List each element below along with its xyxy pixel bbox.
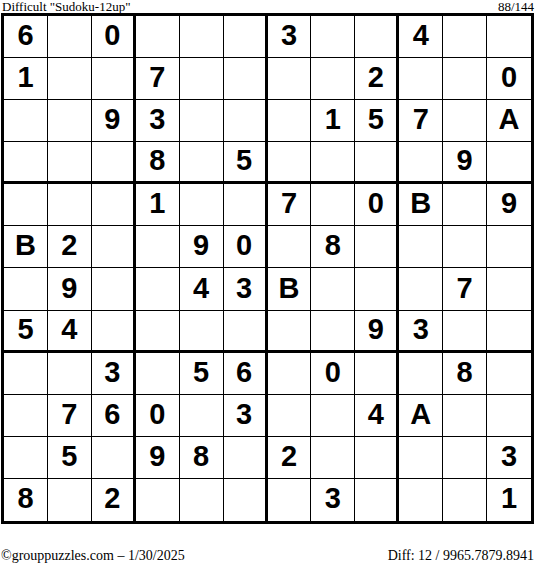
cell-r3c4[interactable]: 3 xyxy=(136,100,180,142)
cell-r11c1[interactable] xyxy=(4,437,48,479)
cell-r1c6[interactable] xyxy=(224,16,268,58)
cell-r3c7[interactable] xyxy=(268,100,312,142)
cell-r2c6[interactable] xyxy=(224,58,268,100)
cell-r7c10[interactable] xyxy=(399,268,443,310)
cell-r6c6[interactable]: 0 xyxy=(224,226,268,268)
cell-r4c4[interactable]: 8 xyxy=(136,142,180,184)
cell-r12c10[interactable] xyxy=(399,479,443,521)
cell-r10c7[interactable] xyxy=(268,395,312,437)
cell-r12c11[interactable] xyxy=(443,479,487,521)
cell-r7c2[interactable]: 9 xyxy=(48,268,92,310)
cell-r11c4[interactable]: 9 xyxy=(136,437,180,479)
cell-r2c10[interactable] xyxy=(399,58,443,100)
sudoku-board: 6034172093157A859170B9B2908943B754933560… xyxy=(1,13,534,524)
cell-r11c12[interactable]: 3 xyxy=(487,437,531,479)
cell-r7c11[interactable]: 7 xyxy=(443,268,487,310)
cell-r7c5[interactable]: 4 xyxy=(180,268,224,310)
cell-r2c7[interactable] xyxy=(268,58,312,100)
cell-r4c8[interactable] xyxy=(311,142,355,184)
cell-r10c5[interactable] xyxy=(180,395,224,437)
cell-r4c7[interactable] xyxy=(268,142,312,184)
cell-r6c5[interactable]: 9 xyxy=(180,226,224,268)
cell-r7c4[interactable] xyxy=(136,268,180,310)
cell-r7c12[interactable] xyxy=(487,268,531,310)
cell-r12c6[interactable] xyxy=(224,479,268,521)
cell-r6c11[interactable] xyxy=(443,226,487,268)
cell-r4c2[interactable] xyxy=(48,142,92,184)
cell-r3c11[interactable] xyxy=(443,100,487,142)
cell-r10c3[interactable]: 6 xyxy=(92,395,136,437)
cell-r6c7[interactable] xyxy=(268,226,312,268)
cell-r1c12[interactable] xyxy=(487,16,531,58)
cell-r10c1[interactable] xyxy=(4,395,48,437)
cell-r10c2[interactable]: 7 xyxy=(48,395,92,437)
cell-r3c3[interactable]: 9 xyxy=(92,100,136,142)
cell-r12c3[interactable]: 2 xyxy=(92,479,136,521)
cell-r8c9[interactable]: 9 xyxy=(355,311,399,353)
copyright-date-text: ©grouppuzzles.com – 1/30/2025 xyxy=(1,549,185,563)
cell-r7c9[interactable] xyxy=(355,268,399,310)
cell-r8c4[interactable] xyxy=(136,311,180,353)
cell-r6c3[interactable] xyxy=(92,226,136,268)
cell-r12c12[interactable]: 1 xyxy=(487,479,531,521)
cell-r5c1[interactable] xyxy=(4,184,48,226)
cell-r11c9[interactable] xyxy=(355,437,399,479)
cell-r10c4[interactable]: 0 xyxy=(136,395,180,437)
cell-r8c10[interactable]: 3 xyxy=(399,311,443,353)
cell-r4c10[interactable] xyxy=(399,142,443,184)
cell-r8c8[interactable] xyxy=(311,311,355,353)
cell-r9c2[interactable] xyxy=(48,353,92,395)
cell-r1c8[interactable] xyxy=(311,16,355,58)
cell-r5c4[interactable]: 1 xyxy=(136,184,180,226)
cell-r9c3[interactable]: 3 xyxy=(92,353,136,395)
cell-r10c6[interactable]: 3 xyxy=(224,395,268,437)
cell-r5c8[interactable] xyxy=(311,184,355,226)
cell-r5c3[interactable] xyxy=(92,184,136,226)
cell-r9c12[interactable] xyxy=(487,353,531,395)
puzzle-page: Difficult "Sudoku-12up" 88/144 603417209… xyxy=(0,0,535,569)
cell-r6c2[interactable]: 2 xyxy=(48,226,92,268)
cell-r9c11[interactable]: 8 xyxy=(443,353,487,395)
cell-r11c7[interactable]: 2 xyxy=(268,437,312,479)
cell-r2c2[interactable] xyxy=(48,58,92,100)
cell-r8c6[interactable] xyxy=(224,311,268,353)
cell-r7c7[interactable]: B xyxy=(268,268,312,310)
cell-r8c1[interactable]: 5 xyxy=(4,311,48,353)
cell-r2c11[interactable] xyxy=(443,58,487,100)
cell-r12c5[interactable] xyxy=(180,479,224,521)
cell-r2c3[interactable] xyxy=(92,58,136,100)
cell-r1c7[interactable]: 3 xyxy=(268,16,312,58)
cell-r6c12[interactable] xyxy=(487,226,531,268)
cell-r1c5[interactable] xyxy=(180,16,224,58)
cell-r1c2[interactable] xyxy=(48,16,92,58)
cell-r6c4[interactable] xyxy=(136,226,180,268)
cell-r6c8[interactable]: 8 xyxy=(311,226,355,268)
cell-r12c1[interactable]: 8 xyxy=(4,479,48,521)
cell-r11c3[interactable] xyxy=(92,437,136,479)
cell-r8c7[interactable] xyxy=(268,311,312,353)
cell-r5c2[interactable] xyxy=(48,184,92,226)
cell-r4c11[interactable]: 9 xyxy=(443,142,487,184)
cell-r9c8[interactable]: 0 xyxy=(311,353,355,395)
cell-r3c9[interactable]: 5 xyxy=(355,100,399,142)
cell-r6c9[interactable] xyxy=(355,226,399,268)
cell-r10c8[interactable] xyxy=(311,395,355,437)
cell-r3c5[interactable] xyxy=(180,100,224,142)
cell-r4c5[interactable] xyxy=(180,142,224,184)
cell-r8c12[interactable] xyxy=(487,311,531,353)
cell-r3c12[interactable]: A xyxy=(487,100,531,142)
cell-r3c6[interactable] xyxy=(224,100,268,142)
cell-r2c12[interactable]: 0 xyxy=(487,58,531,100)
cell-r10c9[interactable]: 4 xyxy=(355,395,399,437)
cell-r10c12[interactable] xyxy=(487,395,531,437)
cell-r9c10[interactable] xyxy=(399,353,443,395)
cell-r4c1[interactable] xyxy=(4,142,48,184)
cell-r12c2[interactable] xyxy=(48,479,92,521)
cell-r10c11[interactable] xyxy=(443,395,487,437)
cell-r6c1[interactable]: B xyxy=(4,226,48,268)
cell-r3c8[interactable]: 1 xyxy=(311,100,355,142)
cell-r9c6[interactable]: 6 xyxy=(224,353,268,395)
puzzle-title: Difficult "Sudoku-12up" xyxy=(2,0,130,13)
cell-r2c9[interactable]: 2 xyxy=(355,58,399,100)
cell-r1c10[interactable]: 4 xyxy=(399,16,443,58)
cell-r8c3[interactable] xyxy=(92,311,136,353)
cell-r5c7[interactable]: 7 xyxy=(268,184,312,226)
cell-r1c9[interactable] xyxy=(355,16,399,58)
cell-r5c5[interactable] xyxy=(180,184,224,226)
cell-r2c5[interactable] xyxy=(180,58,224,100)
cell-r11c11[interactable] xyxy=(443,437,487,479)
cell-r9c7[interactable] xyxy=(268,353,312,395)
cell-r4c6[interactable]: 5 xyxy=(224,142,268,184)
cell-r2c1[interactable]: 1 xyxy=(4,58,48,100)
cell-r8c5[interactable] xyxy=(180,311,224,353)
cell-r9c4[interactable] xyxy=(136,353,180,395)
cell-r11c5[interactable]: 8 xyxy=(180,437,224,479)
cell-r12c9[interactable] xyxy=(355,479,399,521)
cell-r12c8[interactable]: 3 xyxy=(311,479,355,521)
cell-r5c11[interactable] xyxy=(443,184,487,226)
cell-r9c9[interactable] xyxy=(355,353,399,395)
cell-r2c4[interactable]: 7 xyxy=(136,58,180,100)
cell-r6c10[interactable] xyxy=(399,226,443,268)
cell-r2c8[interactable] xyxy=(311,58,355,100)
cell-r11c10[interactable] xyxy=(399,437,443,479)
cell-r3c2[interactable] xyxy=(48,100,92,142)
cell-r1c4[interactable] xyxy=(136,16,180,58)
puzzle-counter: 88/144 xyxy=(498,0,534,13)
difficulty-text: Diff: 12 / 9965.7879.8941 xyxy=(388,549,534,563)
cell-r10c10[interactable]: A xyxy=(399,395,443,437)
cell-r8c2[interactable]: 4 xyxy=(48,311,92,353)
cell-r5c12[interactable]: 9 xyxy=(487,184,531,226)
cell-r7c6[interactable]: 3 xyxy=(224,268,268,310)
cell-r8c11[interactable] xyxy=(443,311,487,353)
cell-r11c6[interactable] xyxy=(224,437,268,479)
cell-r1c11[interactable] xyxy=(443,16,487,58)
cell-r5c9[interactable]: 0 xyxy=(355,184,399,226)
cell-r5c6[interactable] xyxy=(224,184,268,226)
cell-r9c5[interactable]: 5 xyxy=(180,353,224,395)
cell-r4c12[interactable] xyxy=(487,142,531,184)
cell-r5c10[interactable]: B xyxy=(399,184,443,226)
cell-r12c7[interactable] xyxy=(268,479,312,521)
cell-r1c1[interactable]: 6 xyxy=(4,16,48,58)
cell-r4c3[interactable] xyxy=(92,142,136,184)
cell-r7c8[interactable] xyxy=(311,268,355,310)
cell-r3c10[interactable]: 7 xyxy=(399,100,443,142)
cell-r7c3[interactable] xyxy=(92,268,136,310)
cell-r7c1[interactable] xyxy=(4,268,48,310)
cell-r1c3[interactable]: 0 xyxy=(92,16,136,58)
cell-r3c1[interactable] xyxy=(4,100,48,142)
cell-r9c1[interactable] xyxy=(4,353,48,395)
cell-r12c4[interactable] xyxy=(136,479,180,521)
cell-r11c8[interactable] xyxy=(311,437,355,479)
cell-r4c9[interactable] xyxy=(355,142,399,184)
cell-r11c2[interactable]: 5 xyxy=(48,437,92,479)
